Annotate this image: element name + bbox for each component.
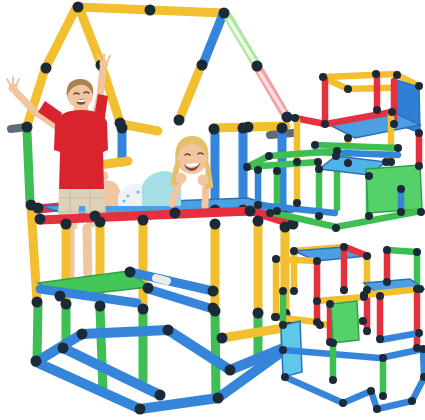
- boy-leg: [87, 228, 88, 283]
- connector: [277, 123, 288, 134]
- connector: [373, 106, 381, 114]
- connector: [372, 70, 380, 78]
- connector: [138, 304, 149, 315]
- connector: [313, 257, 321, 265]
- connector: [266, 209, 274, 217]
- connector: [31, 356, 42, 367]
- connector: [344, 85, 352, 93]
- shorts-dot: [122, 199, 125, 202]
- connector: [272, 255, 280, 263]
- connector: [265, 152, 273, 160]
- connector: [73, 2, 84, 13]
- connector: [376, 292, 384, 300]
- connector: [415, 82, 423, 90]
- connector: [415, 129, 423, 137]
- connector: [417, 208, 425, 216]
- connector: [254, 166, 262, 174]
- connector: [170, 208, 181, 219]
- connector: [344, 159, 352, 167]
- connector: [359, 317, 367, 325]
- connector: [383, 246, 391, 254]
- tube: [222, 327, 290, 338]
- connector: [408, 397, 416, 405]
- connector: [163, 325, 174, 336]
- tube: [82, 330, 168, 334]
- connector: [363, 327, 371, 335]
- connector: [174, 115, 185, 126]
- tube: [315, 145, 398, 148]
- connector: [135, 404, 146, 415]
- connector: [329, 376, 337, 384]
- tube: [380, 333, 419, 340]
- connector: [290, 247, 298, 255]
- connector: [35, 214, 46, 225]
- connector: [210, 219, 221, 230]
- girl-hand: [176, 173, 187, 184]
- connector: [367, 387, 375, 395]
- connector: [365, 172, 373, 180]
- connector: [311, 141, 319, 149]
- connector: [376, 335, 384, 343]
- connector: [388, 108, 396, 116]
- connector: [313, 297, 321, 305]
- connector: [279, 346, 287, 354]
- connector: [282, 112, 293, 123]
- tube: [260, 73, 284, 112]
- connector: [360, 293, 368, 301]
- connector: [319, 73, 327, 81]
- connector: [273, 167, 281, 175]
- shorts-dot: [126, 194, 129, 197]
- connector: [329, 339, 337, 347]
- connector: [252, 61, 263, 72]
- connector: [415, 329, 423, 337]
- connector: [254, 201, 262, 209]
- panel: [331, 301, 359, 343]
- connector: [413, 248, 421, 256]
- connector: [32, 297, 43, 308]
- connector: [143, 283, 154, 294]
- tube: [377, 401, 412, 409]
- connector: [326, 300, 334, 308]
- connector: [379, 392, 387, 400]
- tube: [140, 398, 218, 409]
- connector: [95, 217, 106, 228]
- connector: [55, 291, 66, 302]
- tube: [387, 250, 417, 252]
- connector: [394, 144, 402, 152]
- connector: [293, 158, 301, 166]
- connector: [316, 321, 324, 329]
- connector: [379, 354, 387, 362]
- connector: [213, 393, 224, 404]
- connector: [243, 163, 251, 171]
- main-fort-back-frame: [11, 2, 294, 302]
- connector: [253, 216, 264, 227]
- connector: [41, 63, 52, 74]
- connector: [416, 285, 424, 293]
- connector: [397, 185, 405, 193]
- connector: [332, 152, 340, 160]
- boy-fingers: [7, 77, 19, 86]
- tube: [229, 20, 254, 61]
- connector: [33, 203, 44, 214]
- tube: [27, 131, 30, 202]
- connector: [225, 365, 236, 376]
- connector: [315, 165, 323, 173]
- connector: [208, 286, 219, 297]
- connector: [219, 8, 230, 19]
- connector: [61, 219, 72, 230]
- connector: [273, 207, 281, 215]
- connector: [281, 373, 289, 381]
- boy-figure: [7, 54, 110, 293]
- connector: [344, 134, 352, 142]
- connector: [95, 301, 106, 312]
- shorts-dot: [136, 190, 139, 193]
- connector: [217, 333, 228, 344]
- tube: [203, 14, 223, 64]
- connector: [315, 212, 323, 220]
- connector: [415, 162, 423, 170]
- connector: [339, 399, 347, 407]
- connector: [321, 120, 329, 128]
- girl-shorts: [118, 184, 146, 206]
- connector: [383, 278, 391, 286]
- connector: [117, 123, 128, 134]
- connector: [279, 287, 287, 295]
- playset-illustration: [0, 0, 425, 420]
- girl-hand: [198, 175, 209, 186]
- connector: [22, 122, 33, 133]
- tube: [215, 312, 216, 396]
- tube: [423, 349, 424, 377]
- connector: [397, 208, 405, 216]
- connector: [332, 224, 340, 232]
- tube: [36, 362, 140, 409]
- boy-teeth: [77, 100, 85, 102]
- tube: [156, 278, 167, 281]
- connector: [382, 158, 390, 166]
- tube: [343, 391, 371, 403]
- connector: [373, 405, 381, 413]
- tube: [37, 305, 38, 359]
- connector: [58, 343, 69, 354]
- connector: [155, 390, 166, 401]
- connector: [208, 303, 219, 314]
- tube: [100, 308, 103, 392]
- connector: [291, 114, 299, 122]
- connector: [365, 212, 373, 220]
- connector: [253, 308, 264, 319]
- tube: [336, 211, 421, 227]
- connector: [390, 120, 398, 128]
- product-image: [0, 0, 425, 420]
- tube: [363, 289, 420, 295]
- connector: [293, 199, 301, 207]
- connector: [209, 124, 220, 135]
- panel: [366, 165, 422, 213]
- connector: [125, 267, 136, 278]
- connector: [145, 5, 156, 16]
- tube: [46, 8, 76, 67]
- tube: [179, 66, 201, 120]
- connector: [197, 60, 208, 71]
- connector: [279, 321, 287, 329]
- connector: [290, 287, 298, 295]
- tube: [323, 74, 397, 77]
- connector: [238, 123, 249, 134]
- connector: [280, 222, 291, 233]
- connector: [245, 206, 256, 217]
- connector: [340, 286, 348, 294]
- connector: [393, 71, 401, 79]
- connector: [271, 313, 279, 321]
- bottom-right-climber-structure: [271, 243, 425, 413]
- connector: [340, 243, 348, 251]
- connector: [363, 252, 371, 260]
- connector: [138, 215, 149, 226]
- connector: [77, 329, 88, 340]
- connector: [314, 158, 322, 166]
